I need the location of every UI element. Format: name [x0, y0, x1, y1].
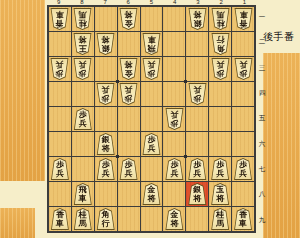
square-8-8[interactable]: 飛車 — [72, 182, 94, 206]
square-2-6[interactable] — [209, 132, 231, 156]
rank-label-4: 四 — [258, 81, 267, 106]
piece-gote-pawn[interactable]: 歩兵 — [211, 58, 230, 80]
square-9-9[interactable]: 香車 — [49, 207, 71, 231]
square-1-9[interactable]: 香車 — [232, 207, 254, 231]
sente-komadai — [263, 53, 300, 238]
square-5-6[interactable]: 歩兵 — [141, 132, 163, 156]
square-8-4[interactable] — [72, 82, 94, 106]
piece-gote-gold[interactable]: 金将 — [119, 8, 138, 30]
square-9-8[interactable] — [49, 182, 71, 206]
square-4-2[interactable] — [163, 32, 185, 56]
square-3-2[interactable] — [186, 32, 208, 56]
square-1-6[interactable] — [232, 132, 254, 156]
rank-label-6: 六 — [258, 132, 267, 157]
square-9-1[interactable]: 香車 — [49, 7, 71, 31]
hoshi-dot — [184, 155, 187, 158]
piece-sente-pawn[interactable]: 歩兵 — [119, 158, 138, 180]
square-7-1[interactable] — [95, 7, 117, 31]
rank-label-3: 三 — [258, 56, 267, 81]
rank-label-1: 一 — [258, 5, 267, 30]
gote-komadai — [0, 0, 45, 181]
square-2-8[interactable]: 玉将 — [209, 182, 231, 206]
turn-indicator: 後手番 — [263, 30, 300, 44]
square-3-5[interactable] — [186, 107, 208, 131]
square-2-5[interactable] — [209, 107, 231, 131]
square-8-5[interactable]: 歩兵 — [72, 107, 94, 131]
piece-sente-rook[interactable]: 飛車 — [73, 183, 92, 205]
rank-label-9: 九 — [258, 208, 267, 233]
piece-sente-pawn[interactable]: 歩兵 — [234, 158, 253, 180]
piece-gote-pawn[interactable]: 歩兵 — [142, 58, 161, 80]
square-1-7[interactable]: 歩兵 — [232, 157, 254, 181]
piece-sente-pawn[interactable]: 歩兵 — [165, 158, 184, 180]
square-5-7[interactable] — [141, 157, 163, 181]
hoshi-dot — [116, 80, 119, 83]
square-7-7[interactable]: 歩兵 — [95, 157, 117, 181]
square-9-5[interactable] — [49, 107, 71, 131]
square-8-9[interactable]: 桂馬 — [72, 207, 94, 231]
square-4-8[interactable] — [163, 182, 185, 206]
piece-gote-pawn[interactable]: 歩兵 — [73, 58, 92, 80]
square-2-7[interactable]: 歩兵 — [209, 157, 231, 181]
square-9-3[interactable]: 歩兵 — [49, 57, 71, 81]
piece-gote-pawn[interactable]: 歩兵 — [96, 83, 115, 105]
piece-sente-pawn[interactable]: 歩兵 — [50, 158, 69, 180]
piece-sente-silver[interactable]: 銀将 — [96, 133, 115, 155]
square-3-3[interactable] — [186, 57, 208, 81]
piece-sente-gold[interactable]: 金将 — [142, 183, 161, 205]
square-8-2[interactable]: 王将 — [72, 32, 94, 56]
square-5-2[interactable]: 飛車 — [141, 32, 163, 56]
piece-sente-knight[interactable]: 桂馬 — [73, 208, 92, 230]
square-1-5[interactable] — [232, 107, 254, 131]
piece-sente-silver[interactable]: 銀将 — [188, 183, 207, 205]
piece-sente-king[interactable]: 玉将 — [211, 183, 230, 205]
square-1-3[interactable]: 歩兵 — [232, 57, 254, 81]
square-4-7[interactable]: 歩兵 — [163, 157, 185, 181]
square-1-4[interactable] — [232, 82, 254, 106]
hoshi-dot — [184, 80, 187, 83]
piece-gote-silver[interactable]: 銀将 — [96, 33, 115, 55]
square-5-1[interactable] — [141, 7, 163, 31]
square-7-4[interactable]: 歩兵 — [95, 82, 117, 106]
square-8-1[interactable]: 桂馬 — [72, 7, 94, 31]
piece-gote-silver[interactable]: 銀将 — [188, 8, 207, 30]
square-6-1[interactable]: 金将 — [118, 7, 140, 31]
piece-gote-king[interactable]: 王将 — [73, 33, 92, 55]
square-1-8[interactable] — [232, 182, 254, 206]
square-5-4[interactable] — [141, 82, 163, 106]
piece-sente-lance[interactable]: 香車 — [50, 208, 69, 230]
shogi-board: 香車桂馬金将銀将桂馬香車王将銀将飛車角行歩兵歩兵金将歩兵歩兵歩兵歩兵歩兵歩兵歩兵… — [47, 5, 256, 233]
square-9-2[interactable] — [49, 32, 71, 56]
square-6-5[interactable] — [118, 107, 140, 131]
square-3-7[interactable]: 歩兵 — [186, 157, 208, 181]
square-1-2[interactable] — [232, 32, 254, 56]
square-6-6[interactable] — [118, 132, 140, 156]
left-lower-panel — [0, 208, 35, 238]
piece-sente-pawn[interactable]: 歩兵 — [73, 108, 92, 130]
square-5-5[interactable] — [141, 107, 163, 131]
square-5-9[interactable] — [141, 207, 163, 231]
piece-gote-pawn[interactable]: 歩兵 — [119, 83, 138, 105]
square-2-4[interactable] — [209, 82, 231, 106]
piece-sente-knight[interactable]: 桂馬 — [211, 208, 230, 230]
rank-label-8: 八 — [258, 182, 267, 207]
square-4-4[interactable] — [163, 82, 185, 106]
square-4-9[interactable]: 金将 — [163, 207, 185, 231]
piece-sente-pawn[interactable]: 歩兵 — [211, 158, 230, 180]
square-2-3[interactable]: 歩兵 — [209, 57, 231, 81]
hoshi-dot — [116, 155, 119, 158]
square-4-3[interactable] — [163, 57, 185, 81]
square-3-6[interactable] — [186, 132, 208, 156]
square-3-9[interactable] — [186, 207, 208, 231]
piece-gote-pawn[interactable]: 歩兵 — [50, 58, 69, 80]
square-7-3[interactable] — [95, 57, 117, 81]
square-6-2[interactable] — [118, 32, 140, 56]
square-3-8[interactable]: 銀将 — [186, 182, 208, 206]
piece-sente-bishop[interactable]: 角行 — [96, 208, 115, 230]
piece-gote-pawn[interactable]: 歩兵 — [234, 58, 253, 80]
piece-sente-gold[interactable]: 金将 — [165, 208, 184, 230]
square-7-6[interactable]: 銀将 — [95, 132, 117, 156]
square-2-9[interactable]: 桂馬 — [209, 207, 231, 231]
square-7-5[interactable] — [95, 107, 117, 131]
square-4-5[interactable]: 歩兵 — [163, 107, 185, 131]
piece-sente-pawn[interactable]: 歩兵 — [188, 158, 207, 180]
square-2-1[interactable]: 桂馬 — [209, 7, 231, 31]
square-5-8[interactable]: 金将 — [141, 182, 163, 206]
piece-sente-pawn[interactable]: 歩兵 — [142, 133, 161, 155]
square-8-6[interactable] — [72, 132, 94, 156]
piece-sente-lance[interactable]: 香車 — [234, 208, 253, 230]
rank-label-7: 七 — [258, 157, 267, 182]
rank-label-2: 二 — [258, 30, 267, 55]
square-9-6[interactable] — [49, 132, 71, 156]
piece-gote-lance[interactable]: 香車 — [234, 8, 253, 30]
piece-gote-pawn[interactable]: 歩兵 — [165, 108, 184, 130]
square-6-9[interactable] — [118, 207, 140, 231]
shogi-kifu-viewer: 後手番 987654321 香車桂馬金将銀将桂馬香車王将銀将飛車角行歩兵歩兵金将… — [0, 0, 300, 238]
square-9-7[interactable]: 歩兵 — [49, 157, 71, 181]
rank-label-5: 五 — [258, 106, 267, 131]
square-6-4[interactable]: 歩兵 — [118, 82, 140, 106]
square-6-3[interactable]: 金将 — [118, 57, 140, 81]
square-8-3[interactable]: 歩兵 — [72, 57, 94, 81]
square-1-1[interactable]: 香車 — [232, 7, 254, 31]
square-8-7[interactable] — [72, 157, 94, 181]
piece-gote-knight[interactable]: 桂馬 — [73, 8, 92, 30]
square-7-9[interactable]: 角行 — [95, 207, 117, 231]
square-4-1[interactable] — [163, 7, 185, 31]
square-7-2[interactable]: 銀将 — [95, 32, 117, 56]
piece-gote-gold[interactable]: 金将 — [119, 58, 138, 80]
square-3-1[interactable]: 銀将 — [186, 7, 208, 31]
square-6-7[interactable]: 歩兵 — [118, 157, 140, 181]
square-6-8[interactable] — [118, 182, 140, 206]
square-2-2[interactable]: 角行 — [209, 32, 231, 56]
square-9-4[interactable] — [49, 82, 71, 106]
rank-labels: 一二三四五六七八九 — [258, 5, 267, 233]
square-7-8[interactable] — [95, 182, 117, 206]
piece-gote-knight[interactable]: 桂馬 — [211, 8, 230, 30]
piece-gote-lance[interactable]: 香車 — [50, 8, 69, 30]
piece-gote-pawn[interactable]: 歩兵 — [188, 83, 207, 105]
square-4-6[interactable] — [163, 132, 185, 156]
square-3-4[interactable]: 歩兵 — [186, 82, 208, 106]
piece-sente-pawn[interactable]: 歩兵 — [96, 158, 115, 180]
piece-gote-bishop[interactable]: 角行 — [211, 33, 230, 55]
piece-gote-rook[interactable]: 飛車 — [142, 33, 161, 55]
square-5-3[interactable]: 歩兵 — [141, 57, 163, 81]
shogi-board-area: 香車桂馬金将銀将桂馬香車王将銀将飛車角行歩兵歩兵金将歩兵歩兵歩兵歩兵歩兵歩兵歩兵… — [47, 5, 256, 233]
